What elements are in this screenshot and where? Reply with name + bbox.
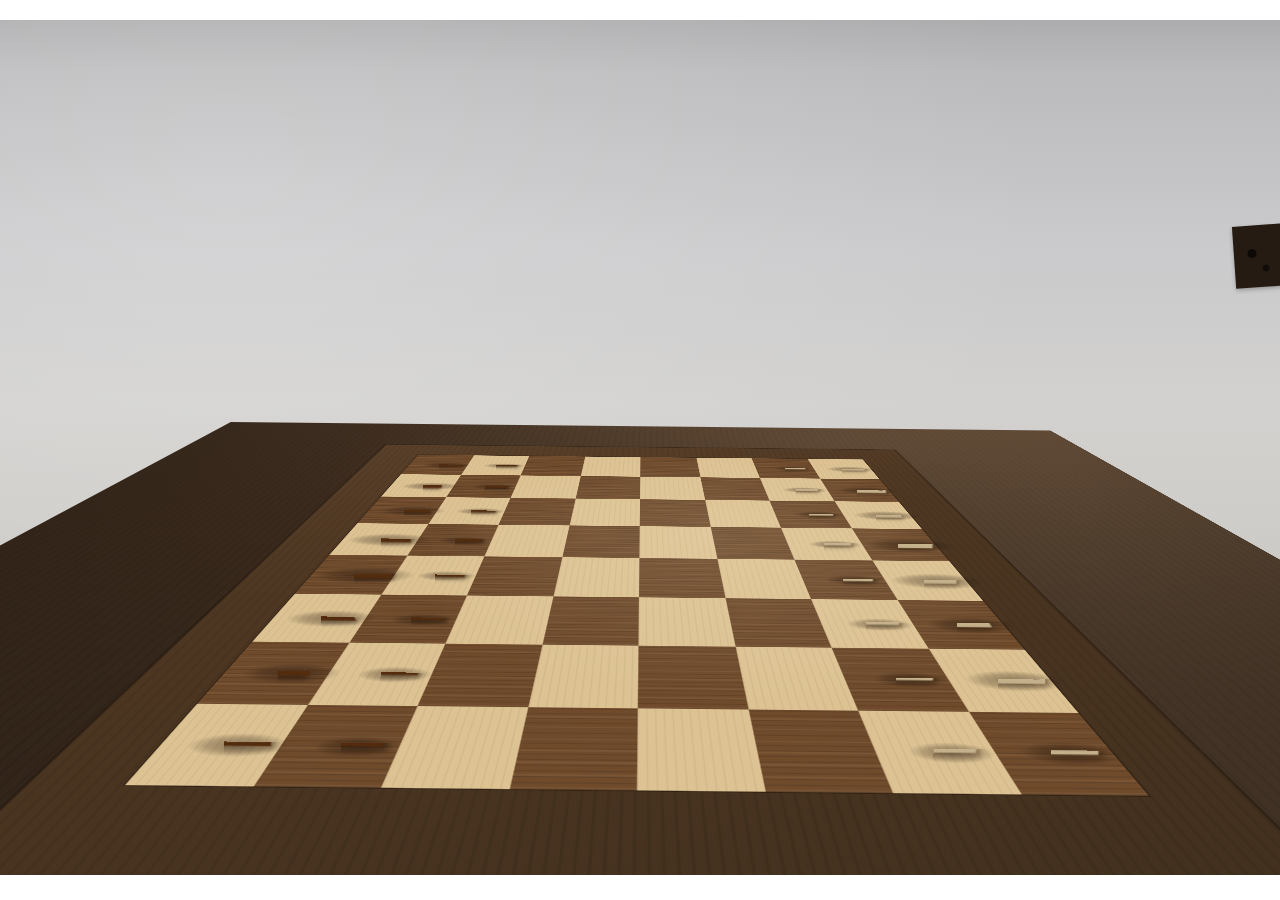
page-margin-top (0, 0, 1280, 20)
photo-frame: ♜♞♝♚♛♝♞♜♟♟♟♟♟♟♟♟♟♟♟♟♟♟♟♟♜♞♝♛♚♝♞♜ (0, 0, 1280, 900)
chessboard-scene: ♜♞♝♚♛♝♞♜♟♟♟♟♟♟♟♟♟♟♟♟♟♟♟♟♜♞♝♛♚♝♞♜ (0, 0, 1280, 900)
table-plane: ♜♞♝♚♛♝♞♜♟♟♟♟♟♟♟♟♟♟♟♟♟♟♟♟♜♞♝♛♚♝♞♜ (125, 455, 1149, 796)
page-margin-bottom (0, 875, 1280, 900)
